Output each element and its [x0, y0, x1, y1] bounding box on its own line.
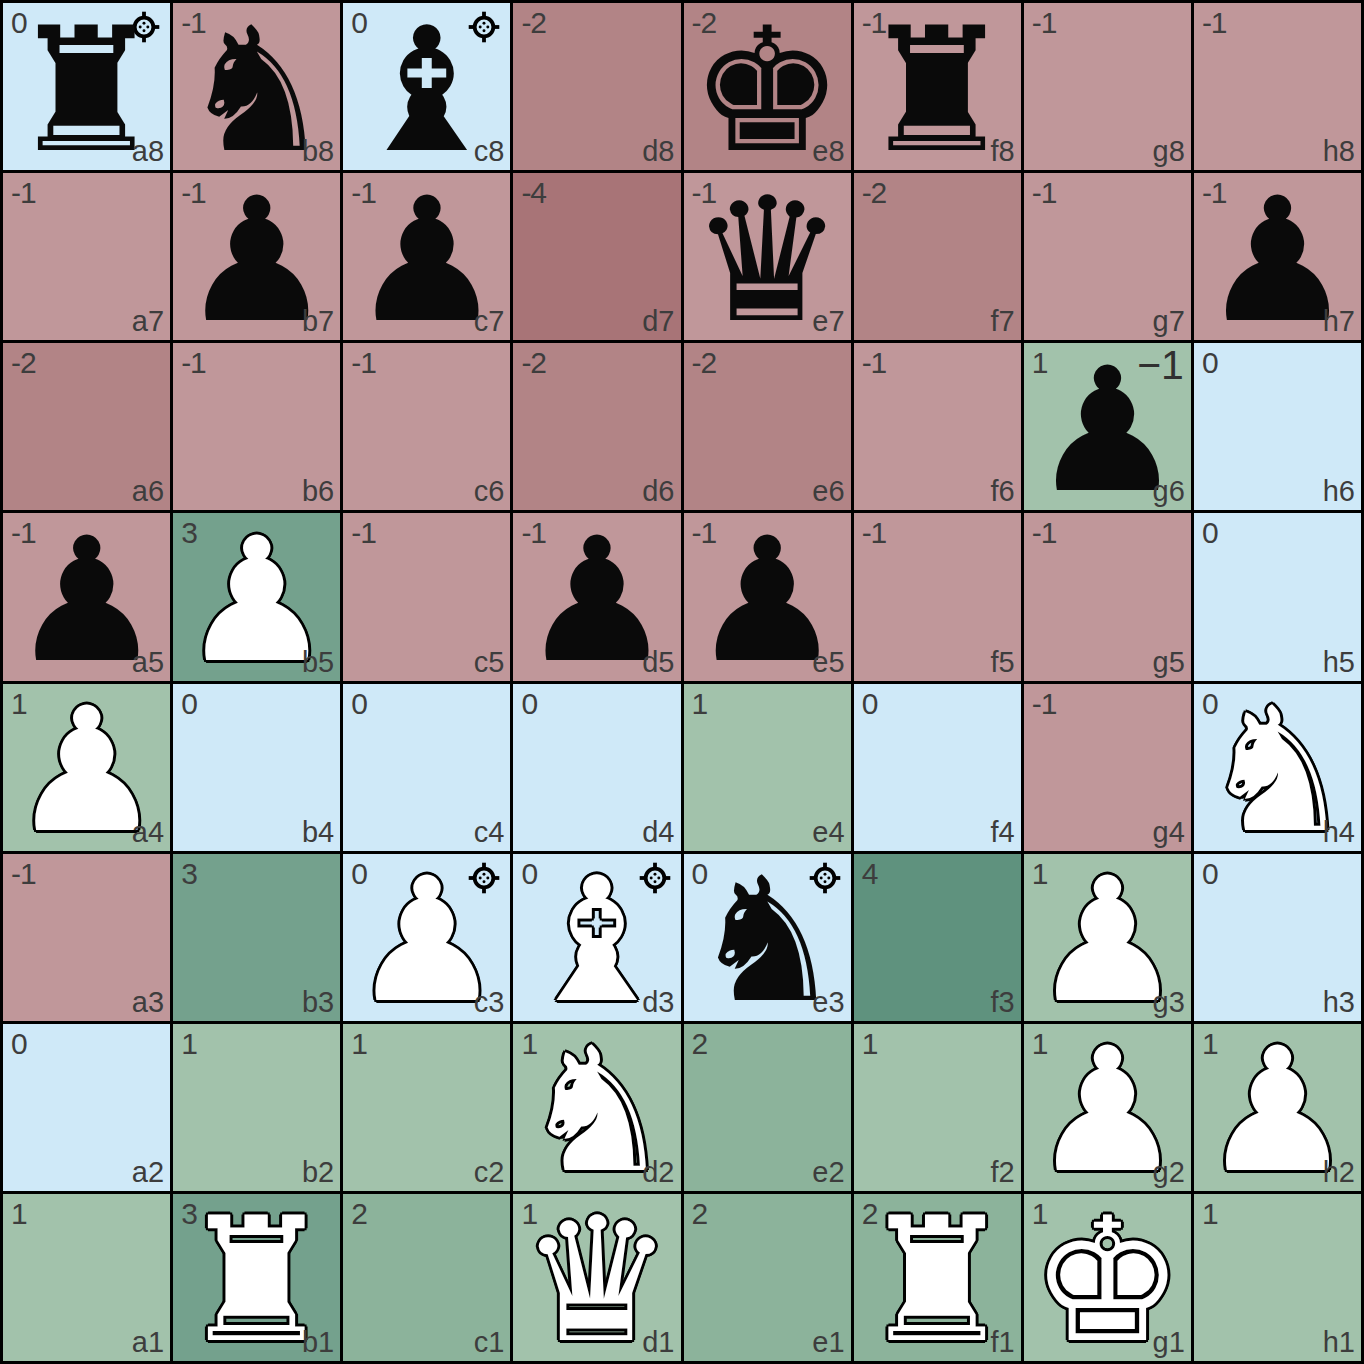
square-h8[interactable]: -1h8: [1194, 3, 1361, 170]
square-control-value: 0: [181, 687, 197, 720]
square-coordinate: h1: [1323, 1327, 1355, 1359]
square-b1[interactable]: 3♜b1: [173, 1194, 340, 1361]
square-a3[interactable]: -1a3: [3, 854, 170, 1021]
square-a7[interactable]: -1a7: [3, 173, 170, 340]
square-e3[interactable]: 0 ♞e3: [684, 854, 851, 1021]
square-coordinate: e5: [812, 647, 844, 679]
square-e5[interactable]: -1♟e5: [684, 513, 851, 680]
square-d1[interactable]: 1♛d1: [513, 1194, 680, 1361]
square-d5[interactable]: -1♟d5: [513, 513, 680, 680]
square-control-value: -1: [1032, 6, 1057, 39]
square-coordinate: c1: [474, 1327, 505, 1359]
square-coordinate: d1: [642, 1327, 674, 1359]
square-a4[interactable]: 1♟a4: [3, 684, 170, 851]
square-coordinate: f1: [991, 1327, 1015, 1359]
square-coordinate: a1: [132, 1327, 164, 1359]
square-control-value: -1: [1032, 516, 1057, 549]
square-coordinate: e4: [812, 817, 844, 849]
square-coordinate: h8: [1323, 136, 1355, 168]
square-control-value: -2: [692, 346, 717, 379]
square-g3[interactable]: 1♟g3: [1024, 854, 1191, 1021]
square-coordinate: d4: [642, 817, 674, 849]
square-coordinate: a6: [132, 476, 164, 508]
square-control-value: 2: [351, 1197, 367, 1230]
square-coordinate: f7: [991, 306, 1015, 338]
square-g1[interactable]: 1♚g1: [1024, 1194, 1191, 1361]
square-control-value: -1: [351, 516, 376, 549]
square-coordinate: h3: [1323, 987, 1355, 1019]
square-d7[interactable]: -4d7: [513, 173, 680, 340]
square-g8[interactable]: -1g8: [1024, 3, 1191, 170]
square-f3[interactable]: 4f3: [854, 854, 1021, 1021]
square-control-value: -4: [521, 176, 546, 209]
square-coordinate: c5: [474, 647, 505, 679]
square-coordinate: c2: [474, 1157, 505, 1189]
square-g4[interactable]: -1g4: [1024, 684, 1191, 851]
square-coordinate: a2: [132, 1157, 164, 1189]
square-coordinate: g4: [1153, 817, 1185, 849]
square-f4[interactable]: 0f4: [854, 684, 1021, 851]
square-coordinate: b6: [302, 476, 334, 508]
square-d3[interactable]: 0 ♝d3: [513, 854, 680, 1021]
square-control-value: 1: [1202, 1197, 1218, 1230]
square-f7[interactable]: -2f7: [854, 173, 1021, 340]
square-control-value: 2: [692, 1197, 708, 1230]
square-coordinate: g5: [1153, 647, 1185, 679]
square-control-value: -1: [1032, 176, 1057, 209]
square-coordinate: b4: [302, 817, 334, 849]
square-control-value: -1: [11, 176, 36, 209]
square-b2[interactable]: 1b2: [173, 1024, 340, 1191]
square-coordinate: h2: [1323, 1157, 1355, 1189]
square-control-value: 4: [862, 857, 878, 890]
square-d4[interactable]: 0d4: [513, 684, 680, 851]
square-coordinate: a5: [132, 647, 164, 679]
square-control-value: -2: [862, 176, 887, 209]
square-g6[interactable]: 1−1♟g6: [1024, 343, 1191, 510]
square-coordinate: b1: [302, 1327, 334, 1359]
square-coordinate: e2: [812, 1157, 844, 1189]
square-coordinate: h6: [1323, 476, 1355, 508]
square-e2[interactable]: 2e2: [684, 1024, 851, 1191]
square-b6[interactable]: -1b6: [173, 343, 340, 510]
square-a8[interactable]: 0 ♜a8: [3, 3, 170, 170]
square-control-value: 0: [862, 687, 878, 720]
square-c6[interactable]: -1c6: [343, 343, 510, 510]
square-control-value: 1: [11, 1197, 27, 1230]
square-coordinate: c3: [474, 987, 505, 1019]
square-a1[interactable]: 1a1: [3, 1194, 170, 1361]
square-control-value: -1: [1032, 687, 1057, 720]
square-coordinate: f4: [991, 817, 1015, 849]
square-coordinate: g2: [1153, 1157, 1185, 1189]
square-control-value: -2: [11, 346, 36, 379]
square-c3[interactable]: 0 ♟c3: [343, 854, 510, 1021]
square-g7[interactable]: -1g7: [1024, 173, 1191, 340]
square-coordinate: f6: [991, 476, 1015, 508]
square-coordinate: h5: [1323, 647, 1355, 679]
square-coordinate: b5: [302, 647, 334, 679]
square-c8[interactable]: 0 ♝c8: [343, 3, 510, 170]
square-coordinate: c4: [474, 817, 505, 849]
square-e1[interactable]: 2e1: [684, 1194, 851, 1361]
square-coordinate: g3: [1153, 987, 1185, 1019]
square-control-value: -2: [521, 6, 546, 39]
square-coordinate: d7: [642, 306, 674, 338]
square-control-value: 1: [351, 1027, 367, 1060]
square-coordinate: d2: [642, 1157, 674, 1189]
square-coordinate: b8: [302, 136, 334, 168]
square-coordinate: d5: [642, 647, 674, 679]
square-f2[interactable]: 1f2: [854, 1024, 1021, 1191]
square-b5[interactable]: 3♟b5: [173, 513, 340, 680]
square-control-value: -1: [11, 857, 36, 890]
square-control-value: -1: [862, 516, 887, 549]
square-b7[interactable]: -1♟b7: [173, 173, 340, 340]
square-coordinate: f8: [991, 136, 1015, 168]
square-coordinate: d6: [642, 476, 674, 508]
square-coordinate: a8: [132, 136, 164, 168]
square-coordinate: c6: [474, 476, 505, 508]
square-coordinate: f2: [991, 1157, 1015, 1189]
square-h5[interactable]: 0h5: [1194, 513, 1361, 680]
square-f6[interactable]: -1f6: [854, 343, 1021, 510]
square-control-value: 1: [862, 1027, 878, 1060]
square-e4[interactable]: 1e4: [684, 684, 851, 851]
square-c2[interactable]: 1c2: [343, 1024, 510, 1191]
square-h2[interactable]: 1♟h2: [1194, 1024, 1361, 1191]
square-control-value: 1: [181, 1027, 197, 1060]
square-control-value: 3: [181, 857, 197, 890]
square-e6[interactable]: -2e6: [684, 343, 851, 510]
square-coordinate: g7: [1153, 306, 1185, 338]
square-coordinate: b2: [302, 1157, 334, 1189]
square-coordinate: f3: [991, 987, 1015, 1019]
square-control-value: 0: [351, 687, 367, 720]
square-c5[interactable]: -1c5: [343, 513, 510, 680]
square-g5[interactable]: -1g5: [1024, 513, 1191, 680]
square-coordinate: e1: [812, 1327, 844, 1359]
square-coordinate: c8: [474, 136, 505, 168]
square-g2[interactable]: 1♟g2: [1024, 1024, 1191, 1191]
square-c7[interactable]: -1♟c7: [343, 173, 510, 340]
square-coordinate: g8: [1153, 136, 1185, 168]
square-coordinate: g1: [1153, 1327, 1185, 1359]
square-b4[interactable]: 0b4: [173, 684, 340, 851]
square-coordinate: g6: [1153, 476, 1185, 508]
square-b3[interactable]: 3b3: [173, 854, 340, 1021]
square-a5[interactable]: -1♟a5: [3, 513, 170, 680]
square-coordinate: b7: [302, 306, 334, 338]
square-a6[interactable]: -2a6: [3, 343, 170, 510]
square-control-value: -1: [862, 346, 887, 379]
square-f1[interactable]: 2♜f1: [854, 1194, 1021, 1361]
square-coordinate: a4: [132, 817, 164, 849]
square-control-value: -1: [1202, 6, 1227, 39]
square-coordinate: a7: [132, 306, 164, 338]
square-coordinate: d3: [642, 987, 674, 1019]
square-control-value: 0: [11, 1027, 27, 1060]
square-h6[interactable]: 0h6: [1194, 343, 1361, 510]
square-f5[interactable]: -1f5: [854, 513, 1021, 680]
chess-board: 0 ♜a8-1♞b80 ♝c8-2d8-2♚e8-1♜f8-1g8-1h8-1a…: [0, 0, 1364, 1364]
square-control-value: 2: [692, 1027, 708, 1060]
square-control-value: -1: [351, 346, 376, 379]
square-coordinate: b3: [302, 987, 334, 1019]
square-control-value: -1: [181, 346, 206, 379]
square-e7[interactable]: -1♛e7: [684, 173, 851, 340]
square-coordinate: c7: [474, 306, 505, 338]
square-coordinate: h7: [1323, 306, 1355, 338]
square-h3[interactable]: 0h3: [1194, 854, 1361, 1021]
square-d6[interactable]: -2d6: [513, 343, 680, 510]
square-control-value: 0: [1202, 346, 1218, 379]
square-h7[interactable]: -1♟h7: [1194, 173, 1361, 340]
square-h1[interactable]: 1h1: [1194, 1194, 1361, 1361]
square-b8[interactable]: -1♞b8: [173, 3, 340, 170]
square-d8[interactable]: -2d8: [513, 3, 680, 170]
square-coordinate: f5: [991, 647, 1015, 679]
square-h4[interactable]: 0♞h4: [1194, 684, 1361, 851]
square-coordinate: e3: [812, 987, 844, 1019]
square-control-value: 1: [692, 687, 708, 720]
square-control-value: 0: [1202, 516, 1218, 549]
square-coordinate: e8: [812, 136, 844, 168]
square-e8[interactable]: -2♚e8: [684, 3, 851, 170]
square-d2[interactable]: 1♞d2: [513, 1024, 680, 1191]
square-coordinate: d8: [642, 136, 674, 168]
square-a2[interactable]: 0a2: [3, 1024, 170, 1191]
square-control-value: 0: [1202, 857, 1218, 890]
square-coordinate: e6: [812, 476, 844, 508]
square-coordinate: a3: [132, 987, 164, 1019]
square-control-value: -2: [521, 346, 546, 379]
square-c4[interactable]: 0c4: [343, 684, 510, 851]
square-c1[interactable]: 2c1: [343, 1194, 510, 1361]
square-coordinate: h4: [1323, 817, 1355, 849]
square-coordinate: e7: [812, 306, 844, 338]
square-f8[interactable]: -1♜f8: [854, 3, 1021, 170]
square-control-value: 0: [521, 687, 537, 720]
